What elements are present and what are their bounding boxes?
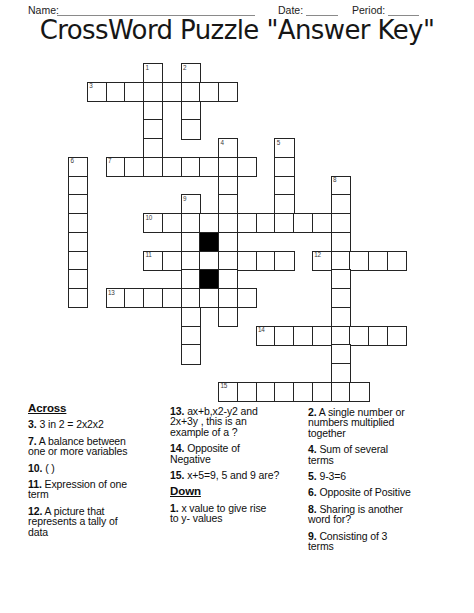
clue-text: 9-3=6 [319,470,346,482]
clue-down-2: 2. A single number or numbers multiplied… [308,407,474,438]
grid-cell[interactable]: 6 [68,157,88,177]
grid-cell[interactable] [256,251,276,271]
grid-cell[interactable] [331,213,351,233]
clue-number-label: 3. [28,418,37,430]
grid-cell[interactable] [68,288,88,308]
grid-cell[interactable] [143,119,163,139]
clues-column-1: Across3. 3 in 2 = 2x2x27. A balance betw… [28,403,168,543]
grid-cell[interactable] [181,101,201,121]
grid-cell[interactable] [199,251,219,271]
grid-cell[interactable] [368,251,388,271]
grid-cell[interactable] [331,194,351,214]
grid-cell[interactable] [181,344,201,364]
clue-text: A single number or numbers multiplied to… [308,406,405,439]
grid-cell[interactable] [349,382,369,402]
grid-cell[interactable] [218,176,238,196]
clue-down-4: 4. Sum of several terms [308,444,474,465]
grid-cell[interactable] [218,251,238,271]
grid-cell[interactable] [368,326,388,346]
grid-cell[interactable] [312,213,332,233]
across-heading: Across [28,403,168,413]
clue-across-14: 14. Opposite of Negative [170,443,320,464]
clue-number: 12 [314,252,320,258]
clue-number: 1 [146,65,149,71]
clue-number: 7 [108,158,111,164]
clue-text: Consisting of 3 terms [308,530,387,552]
clue-number-label: 10. [28,462,42,474]
grid-cell[interactable] [124,82,144,102]
clue-number-label: 5. [308,470,317,482]
grid-cell[interactable] [162,213,182,233]
grid-cell[interactable] [331,232,351,252]
clue-number: 8 [333,177,336,183]
grid-cell[interactable] [143,288,163,308]
grid-cell[interactable] [124,288,144,308]
grid-cell[interactable] [331,382,351,402]
clue-number: 13 [108,290,114,296]
grid-cell[interactable]: 15 [218,382,238,402]
clue-text: Opposite of Positive [319,486,410,498]
grid-cell[interactable] [218,269,238,289]
clue-number-label: 15. [170,469,184,481]
grid-cell[interactable] [237,251,257,271]
grid-cell[interactable] [68,213,88,233]
grid-cell[interactable]: 11 [143,251,163,271]
grid-cell[interactable] [331,326,351,346]
clue-text: Sum of several terms [308,443,388,465]
grid-cell[interactable] [274,326,294,346]
clue-number: 3 [89,83,92,89]
grid-cell[interactable] [237,382,257,402]
grid-cell[interactable]: 10 [143,213,163,233]
grid-cell[interactable] [312,382,332,402]
grid-cell[interactable] [274,194,294,214]
clue-across-13: 13. ax+b,x2-y2 and 2x+3y , this is an ex… [170,406,320,437]
grid-cell[interactable] [124,157,144,177]
grid-cell[interactable] [68,176,88,196]
grid-cell[interactable] [274,176,294,196]
clue-across-12: 12. A picture that represents a tally of… [28,506,168,537]
clue-text: ax+b,x2-y2 and 2x+3y , this is an exampl… [170,405,258,438]
crossword-grid: 123456789101112131415 [68,63,408,403]
clue-down-9: 9. Consisting of 3 terms [308,531,474,552]
grid-cell[interactable] [218,307,238,327]
grid-cell[interactable] [349,326,369,346]
grid-cell[interactable] [68,251,88,271]
grid-cell[interactable] [218,288,238,308]
grid-cell[interactable]: 14 [256,326,276,346]
grid-cell[interactable] [293,382,313,402]
grid-cell[interactable]: 2 [181,63,201,83]
grid-cell[interactable] [331,307,351,327]
clue-number: 2 [183,65,186,71]
blocked-cell [199,232,219,252]
grid-cell[interactable] [199,82,219,102]
grid-cell[interactable] [218,194,238,214]
blocked-cell [199,269,219,289]
clue-text: A picture that represents a tally of dat… [28,505,118,538]
grid-cell[interactable] [331,363,351,383]
down-heading: Down [170,486,320,496]
clue-number: 10 [146,215,152,221]
grid-cell[interactable] [331,251,351,271]
clue-down-5: 5. 9-3=6 [308,471,474,481]
grid-cell[interactable] [237,288,257,308]
grid-cell[interactable] [218,213,238,233]
clue-across-3: 3. 3 in 2 = 2x2x2 [28,419,168,429]
grid-cell[interactable] [162,288,182,308]
grid-cell[interactable]: 4 [218,138,238,158]
grid-cell[interactable]: 13 [106,288,126,308]
grid-cell[interactable]: 7 [106,157,126,177]
grid-cell[interactable] [274,213,294,233]
grid-cell[interactable] [274,382,294,402]
grid-cell[interactable] [274,157,294,177]
grid-cell[interactable] [181,82,201,102]
clue-across-10: 10. ( ) [28,463,168,473]
grid-cell[interactable]: 1 [143,63,163,83]
grid-cell[interactable]: 8 [331,176,351,196]
grid-cell[interactable] [349,251,369,271]
clues-column-3: 2. A single number or numbers multiplied… [308,407,474,557]
clue-number: 6 [71,158,74,164]
clue-across-11: 11. Expression of one term [28,479,168,500]
grid-cell[interactable] [181,157,201,177]
grid-cell[interactable] [162,251,182,271]
grid-cell[interactable] [331,288,351,308]
grid-cell[interactable] [199,288,219,308]
grid-cell[interactable] [387,326,407,346]
grid-cell[interactable] [143,82,163,102]
grid-cell[interactable] [237,157,257,177]
page-title: CrossWord Puzzle "Answer Key" [0,15,474,45]
grid-cell[interactable] [162,157,182,177]
grid-cell[interactable] [256,382,276,402]
grid-cell[interactable] [331,269,351,289]
grid-cell[interactable] [162,82,182,102]
clue-text: 3 in 2 = 2x2x2 [39,418,103,430]
grid-cell[interactable]: 5 [274,138,294,158]
clue-number: 11 [146,252,152,258]
grid-cell[interactable] [237,213,257,233]
grid-cell[interactable] [293,213,313,233]
grid-cell[interactable] [218,232,238,252]
grid-cell[interactable] [143,157,163,177]
clue-number: 5 [277,140,280,146]
clue-text: x value to give rise to y- values [170,502,266,524]
clue-text: Expression of one term [28,478,127,500]
grid-cell[interactable] [274,251,294,271]
grid-cell[interactable] [68,232,88,252]
clue-text: A balance between one or more variables [28,435,127,457]
clue-text: ( ) [45,462,55,474]
grid-cell[interactable] [181,288,201,308]
grid-cell[interactable] [143,138,163,158]
grid-cell[interactable] [181,232,201,252]
clue-text: x+5=9, 5 and 9 are? [187,469,279,481]
clue-number-label: 6. [308,486,317,498]
clue-number: 14 [258,327,264,333]
clue-text: Sharing is another word for? [308,503,403,525]
clue-number: 9 [183,196,186,202]
grid-cell[interactable] [181,251,201,271]
grid-cell[interactable] [143,101,163,121]
clues-column-2: 13. ax+b,x2-y2 and 2x+3y , this is an ex… [170,406,320,530]
grid-cell[interactable]: 9 [181,194,201,214]
grid-cell[interactable] [312,326,332,346]
clue-across-7: 7. A balance between one or more variabl… [28,436,168,457]
grid-cell[interactable] [181,326,201,346]
clue-down-1: 1. x value to give rise to y- values [170,503,320,524]
grid-cell[interactable] [218,82,238,102]
grid-cell[interactable] [68,194,88,214]
clue-number: 15 [221,383,227,389]
grid-cell[interactable] [199,213,219,233]
grid-cell[interactable] [331,344,351,364]
grid-cell[interactable]: 3 [87,82,107,102]
grid-cell[interactable] [181,307,201,327]
grid-cell[interactable] [181,213,201,233]
grid-cell[interactable] [199,157,219,177]
clue-down-6: 6. Opposite of Positive [308,487,474,497]
grid-cell[interactable] [106,82,126,102]
grid-cell[interactable]: 12 [312,251,332,271]
clue-down-8: 8. Sharing is another word for? [308,504,474,525]
grid-cell[interactable] [181,119,201,139]
clue-number: 4 [221,140,224,146]
grid-cell[interactable] [68,269,88,289]
grid-cell[interactable] [387,251,407,271]
grid-cell[interactable] [256,213,276,233]
grid-cell[interactable] [293,326,313,346]
clue-across-15: 15. x+5=9, 5 and 9 are? [170,470,320,480]
grid-cell[interactable] [218,157,238,177]
grid-cell[interactable] [181,269,201,289]
